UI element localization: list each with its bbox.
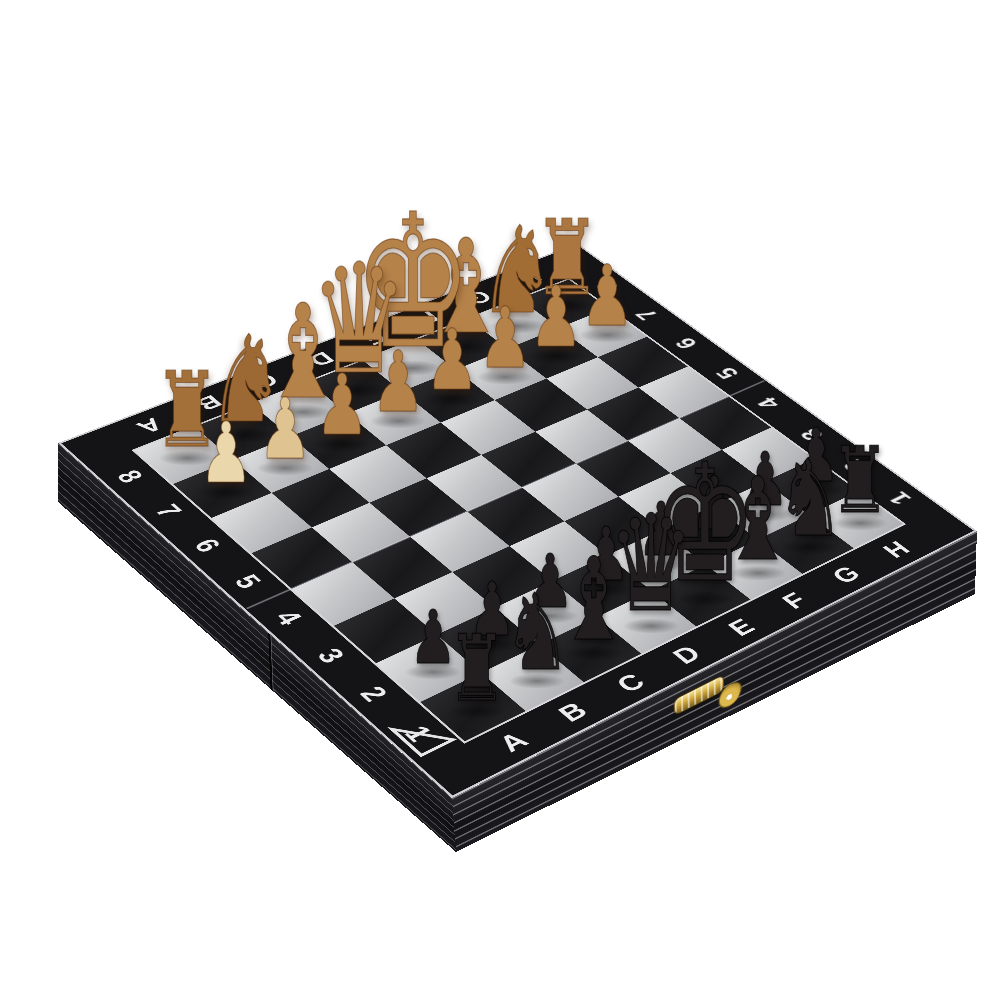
piece-white-pawn-h7[interactable]: ♟ [579,255,633,339]
product-photo-stage: ABCDEFGH ABCDEFGH 87654321 87654321 ♜♞♟♝… [0,0,1000,1000]
piece-white-pawn-d7[interactable]: ♟ [371,341,425,425]
piece-white-pawn-a7[interactable]: ♟ [199,411,253,495]
piece-black-knight-b1[interactable]: ♞ [503,580,571,686]
fold-seam-side [268,633,272,691]
piece-black-rook-a1[interactable]: ♜ [448,623,507,715]
latch-barrel [674,674,725,716]
piece-white-pawn-c7[interactable]: ♟ [315,364,369,448]
piece-white-pawn-g7[interactable]: ♟ [529,275,583,359]
piece-white-pawn-e7[interactable]: ♟ [425,318,479,402]
piece-white-pawn-b7[interactable]: ♟ [258,387,312,471]
piece-white-pawn-f7[interactable]: ♟ [478,297,532,381]
